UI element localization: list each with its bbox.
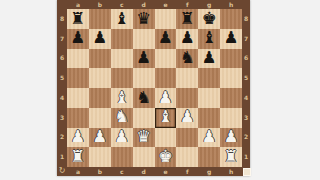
file-labels-top: abcdefgh: [67, 0, 242, 9]
piece-white-pawn[interactable]: ♟: [158, 89, 173, 106]
file-label-g: g: [198, 0, 220, 9]
rank-label-2: 2: [242, 128, 250, 148]
rank-labels-right: 87654321: [242, 9, 250, 167]
chess-board[interactable]: ♜♝♛♜♚♟♟♟♟♝♟♟♞♟♝♞♟♞♝♟♟♟♟♛♟♟♜♚♜: [67, 9, 242, 167]
file-label-c: c: [111, 0, 133, 9]
square-g5[interactable]: [198, 68, 220, 88]
square-d6[interactable]: ♟: [133, 49, 155, 69]
piece-black-pawn[interactable]: ♟: [92, 30, 107, 47]
page-background: abcdefgh abcdefgh 87654321 87654321 ♜♝♛♜…: [0, 0, 320, 180]
square-b4[interactable]: [89, 88, 111, 108]
piece-black-pawn[interactable]: ♟: [202, 50, 217, 67]
rank-label-3: 3: [242, 108, 250, 128]
file-label-e: e: [155, 0, 177, 9]
piece-black-bishop[interactable]: ♝: [114, 10, 129, 27]
square-h3[interactable]: [220, 108, 242, 128]
square-f1[interactable]: [176, 147, 198, 167]
square-a7[interactable]: ♟: [67, 29, 89, 49]
file-label-b: b: [89, 167, 111, 176]
square-h2[interactable]: ♟: [220, 128, 242, 148]
file-label-a: a: [67, 167, 89, 176]
square-g6[interactable]: ♟: [198, 49, 220, 69]
square-g3[interactable]: [198, 108, 220, 128]
piece-white-rook[interactable]: ♜: [71, 148, 86, 165]
square-a4[interactable]: [67, 88, 89, 108]
piece-white-pawn[interactable]: ♟: [202, 129, 217, 146]
piece-white-pawn[interactable]: ♟: [114, 129, 129, 146]
file-label-f: f: [176, 167, 198, 176]
square-e3[interactable]: ♝: [155, 108, 177, 128]
piece-white-bishop[interactable]: ♝: [158, 109, 173, 126]
square-f3[interactable]: ♟: [176, 108, 198, 128]
square-g7[interactable]: ♝: [198, 29, 220, 49]
square-d4[interactable]: ♞: [133, 88, 155, 108]
piece-black-queen[interactable]: ♛: [136, 10, 151, 27]
square-a1[interactable]: ♜: [67, 147, 89, 167]
square-a6[interactable]: [67, 49, 89, 69]
rank-label-4: 4: [57, 88, 67, 108]
piece-black-knight[interactable]: ♞: [180, 50, 195, 67]
piece-black-knight[interactable]: ♞: [136, 89, 151, 106]
square-b8[interactable]: [89, 9, 111, 29]
rank-label-2: 2: [57, 128, 67, 148]
flip-board-icon[interactable]: ↻: [57, 165, 67, 176]
piece-white-pawn[interactable]: ♟: [71, 129, 86, 146]
square-a8[interactable]: ♜: [67, 9, 89, 29]
file-label-c: c: [111, 167, 133, 176]
piece-black-pawn[interactable]: ♟: [71, 30, 86, 47]
square-d5[interactable]: [133, 68, 155, 88]
piece-white-pawn[interactable]: ♟: [92, 129, 107, 146]
square-g4[interactable]: [198, 88, 220, 108]
file-label-a: a: [67, 0, 89, 9]
square-b3[interactable]: [89, 108, 111, 128]
rank-label-8: 8: [57, 9, 67, 29]
rank-label-5: 5: [242, 68, 250, 88]
square-h1[interactable]: ♜: [220, 147, 242, 167]
rank-label-6: 6: [242, 49, 250, 69]
piece-white-pawn[interactable]: ♟: [180, 109, 195, 126]
chess-board-frame: abcdefgh abcdefgh 87654321 87654321 ♜♝♛♜…: [57, 0, 250, 176]
file-label-b: b: [89, 0, 111, 9]
piece-black-rook[interactable]: ♜: [71, 10, 86, 27]
square-h7[interactable]: ♟: [220, 29, 242, 49]
square-a3[interactable]: [67, 108, 89, 128]
square-c5[interactable]: [111, 68, 133, 88]
piece-white-queen[interactable]: ♛: [136, 129, 151, 146]
square-e8[interactable]: [155, 9, 177, 29]
rank-labels-left: 87654321: [57, 9, 67, 167]
square-f8[interactable]: ♜: [176, 9, 198, 29]
rank-label-3: 3: [57, 108, 67, 128]
rank-label-6: 6: [57, 49, 67, 69]
square-e2[interactable]: [155, 128, 177, 148]
square-b1[interactable]: [89, 147, 111, 167]
square-g2[interactable]: ♟: [198, 128, 220, 148]
rank-label-1: 1: [242, 147, 250, 167]
square-f6[interactable]: ♞: [176, 49, 198, 69]
piece-black-pawn[interactable]: ♟: [224, 30, 239, 47]
rank-label-8: 8: [242, 9, 250, 29]
square-b6[interactable]: [89, 49, 111, 69]
square-g1[interactable]: [198, 147, 220, 167]
piece-black-king[interactable]: ♚: [202, 10, 217, 27]
square-d1[interactable]: [133, 147, 155, 167]
piece-black-bishop[interactable]: ♝: [202, 30, 217, 47]
square-e5[interactable]: [155, 68, 177, 88]
piece-white-rook[interactable]: ♜: [224, 148, 239, 165]
square-d3[interactable]: [133, 108, 155, 128]
rank-label-7: 7: [57, 29, 67, 49]
piece-white-pawn[interactable]: ♟: [224, 129, 239, 146]
file-labels-bottom: abcdefgh: [67, 167, 242, 176]
square-h5[interactable]: [220, 68, 242, 88]
piece-white-king[interactable]: ♚: [158, 148, 173, 165]
square-e4[interactable]: ♟: [155, 88, 177, 108]
file-label-e: e: [155, 167, 177, 176]
piece-white-knight[interactable]: ♞: [114, 109, 129, 126]
square-f5[interactable]: [176, 68, 198, 88]
file-label-d: d: [133, 0, 155, 9]
square-g8[interactable]: ♚: [198, 9, 220, 29]
square-h6[interactable]: [220, 49, 242, 69]
piece-black-pawn[interactable]: ♟: [180, 30, 195, 47]
square-a5[interactable]: [67, 68, 89, 88]
rank-label-4: 4: [242, 88, 250, 108]
piece-white-bishop[interactable]: ♝: [114, 89, 129, 106]
square-c8[interactable]: ♝: [111, 9, 133, 29]
square-f2[interactable]: [176, 128, 198, 148]
square-b7[interactable]: ♟: [89, 29, 111, 49]
square-a2[interactable]: ♟: [67, 128, 89, 148]
square-f4[interactable]: [176, 88, 198, 108]
square-f7[interactable]: ♟: [176, 29, 198, 49]
file-label-h: h: [220, 167, 242, 176]
piece-black-pawn[interactable]: ♟: [136, 50, 151, 67]
file-label-f: f: [176, 0, 198, 9]
square-c3[interactable]: ♞: [111, 108, 133, 128]
square-h4[interactable]: [220, 88, 242, 108]
square-b5[interactable]: [89, 68, 111, 88]
rank-label-7: 7: [242, 29, 250, 49]
file-label-d: d: [133, 167, 155, 176]
square-c7[interactable]: [111, 29, 133, 49]
rank-label-5: 5: [57, 68, 67, 88]
square-d7[interactable]: [133, 29, 155, 49]
piece-black-pawn[interactable]: ♟: [158, 30, 173, 47]
file-label-g: g: [198, 167, 220, 176]
square-e7[interactable]: ♟: [155, 29, 177, 49]
square-c1[interactable]: [111, 147, 133, 167]
square-c2[interactable]: ♟: [111, 128, 133, 148]
square-d2[interactable]: ♛: [133, 128, 155, 148]
square-b2[interactable]: ♟: [89, 128, 111, 148]
piece-black-rook[interactable]: ♜: [180, 10, 195, 27]
square-d8[interactable]: ♛: [133, 9, 155, 29]
square-c4[interactable]: ♝: [111, 88, 133, 108]
file-label-h: h: [220, 0, 242, 9]
square-e6[interactable]: [155, 49, 177, 69]
square-e1[interactable]: ♚: [155, 147, 177, 167]
square-c6[interactable]: [111, 49, 133, 69]
square-h8[interactable]: [220, 9, 242, 29]
resize-icon[interactable]: [243, 168, 251, 176]
